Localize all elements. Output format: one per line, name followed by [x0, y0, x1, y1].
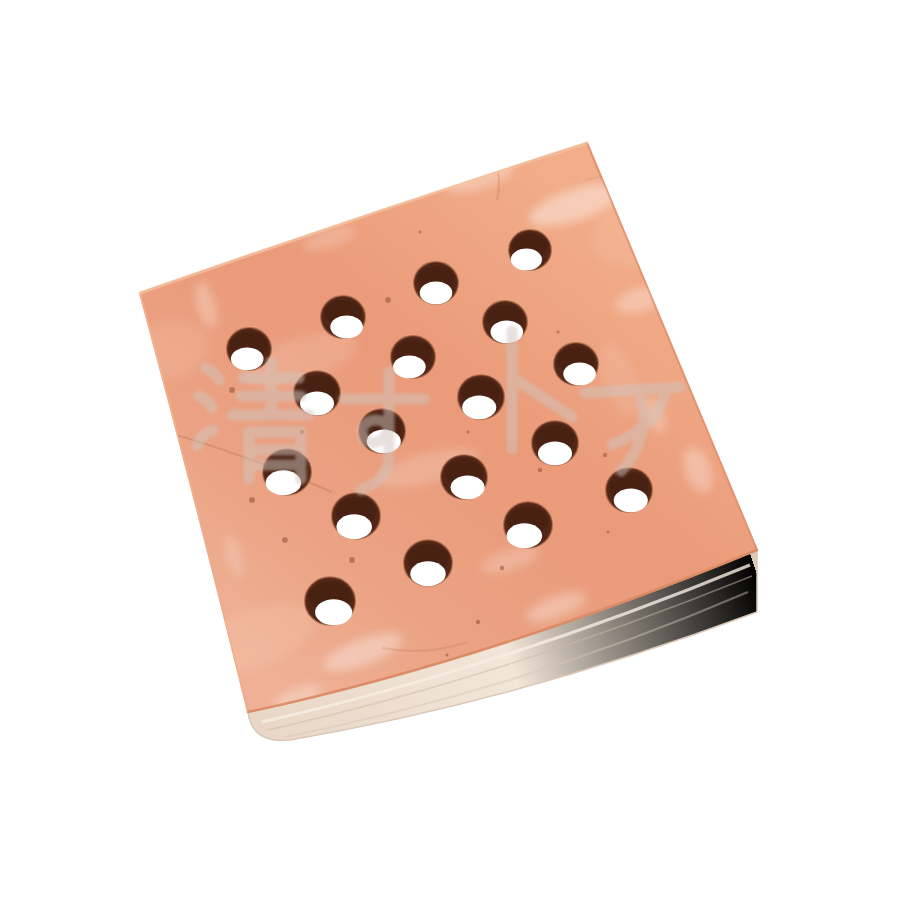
clay-speck [603, 453, 607, 457]
brick-photo-canvas [0, 0, 900, 900]
brick-hole [532, 421, 578, 465]
hole-opening [410, 561, 446, 586]
hole-opening [231, 347, 264, 370]
brick-hole [458, 375, 504, 419]
hole-opening [393, 355, 426, 378]
brick-hole [332, 493, 380, 539]
brick-hole [554, 343, 598, 385]
clay-speck [607, 531, 610, 534]
clay-speck [385, 297, 391, 303]
hole-opening [538, 441, 572, 465]
clay-speck [419, 231, 422, 234]
clay-speck [446, 654, 449, 657]
hole-opening [420, 281, 453, 304]
hole-opening [511, 249, 542, 271]
product-photo: 清すトア [0, 0, 900, 900]
hole-opening [330, 315, 363, 338]
hole-opening [336, 514, 372, 539]
hole-opening [451, 475, 485, 499]
hole-opening [614, 488, 648, 512]
brick-hole [441, 455, 487, 499]
brick-hole [606, 468, 652, 512]
brick-hole [321, 296, 365, 338]
brick-hole [509, 230, 551, 270]
clay-speck [538, 468, 542, 472]
clay-speck [249, 497, 255, 503]
brick-hole [504, 502, 552, 548]
brick-hole [404, 540, 452, 586]
hole-opening [462, 395, 496, 419]
brick-hole [227, 328, 271, 370]
brick-hole [391, 336, 435, 378]
hole-opening [315, 599, 352, 625]
brick-hole [414, 262, 458, 304]
brick-hole [305, 577, 355, 625]
clay-speck [500, 566, 504, 570]
clay-speck [349, 557, 355, 563]
clay-speck [476, 620, 480, 624]
hole-opening [563, 362, 596, 385]
clay-speck [467, 431, 470, 434]
brick-hole [483, 301, 527, 343]
hole-opening [507, 523, 543, 548]
clay-speck [282, 537, 288, 543]
clay-speck [229, 387, 235, 393]
clay-speck [557, 331, 560, 334]
